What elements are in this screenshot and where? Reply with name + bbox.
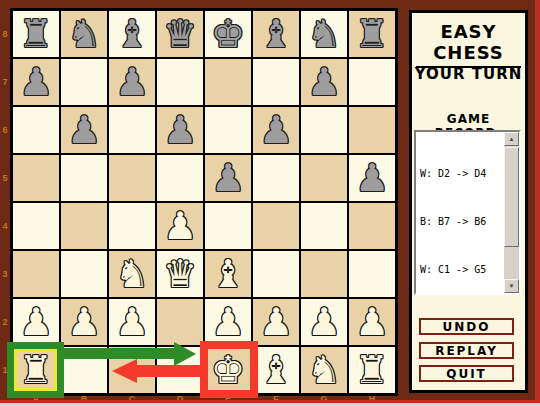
square-f4[interactable] bbox=[252, 202, 300, 250]
square-d5[interactable] bbox=[156, 154, 204, 202]
square-c2[interactable]: ♟ bbox=[108, 298, 156, 346]
black-pawn-f6[interactable]: ♟ bbox=[259, 107, 293, 153]
white-pawn-g2[interactable]: ♟ bbox=[307, 299, 341, 345]
square-a3[interactable] bbox=[12, 250, 60, 298]
square-f8[interactable]: ♝ bbox=[252, 10, 300, 58]
square-g8[interactable]: ♞ bbox=[300, 10, 348, 58]
square-g2[interactable]: ♟ bbox=[300, 298, 348, 346]
easy-chess-window: ♜♞♝♛♚♝♞♜♟♟♟♟♟♟♟♟♟♞♛♝♟♟♟♟♟♟♟♜♚♝♞♜ 8765432… bbox=[0, 0, 540, 406]
square-a7[interactable]: ♟ bbox=[12, 58, 60, 106]
rank-label-2: 2 bbox=[0, 298, 10, 346]
rank-label-5: 5 bbox=[0, 154, 10, 202]
square-c4[interactable] bbox=[108, 202, 156, 250]
square-d3[interactable]: ♛ bbox=[156, 250, 204, 298]
square-a4[interactable] bbox=[12, 202, 60, 250]
black-bishop-c8[interactable]: ♝ bbox=[115, 11, 149, 57]
white-knight-c3[interactable]: ♞ bbox=[115, 251, 149, 297]
square-f5[interactable] bbox=[252, 154, 300, 202]
square-h3[interactable] bbox=[348, 250, 396, 298]
rank-labels: 87654321 bbox=[0, 10, 10, 394]
white-pawn-f2[interactable]: ♟ bbox=[259, 299, 293, 345]
window-edge-right bbox=[535, 0, 540, 403]
square-h1[interactable]: ♜ bbox=[348, 346, 396, 394]
square-e5[interactable]: ♟ bbox=[204, 154, 252, 202]
black-pawn-e5[interactable]: ♟ bbox=[211, 155, 245, 201]
black-rook-h8[interactable]: ♜ bbox=[355, 11, 389, 57]
square-h5[interactable]: ♟ bbox=[348, 154, 396, 202]
rank-label-4: 4 bbox=[0, 202, 10, 250]
black-pawn-c7[interactable]: ♟ bbox=[115, 59, 149, 105]
square-e8[interactable]: ♚ bbox=[204, 10, 252, 58]
square-g6[interactable] bbox=[300, 106, 348, 154]
black-pawn-d6[interactable]: ♟ bbox=[163, 107, 197, 153]
square-b7[interactable] bbox=[60, 58, 108, 106]
quit-button[interactable]: QUIT bbox=[419, 365, 514, 382]
scrollbar[interactable]: ▲ ▼ bbox=[504, 132, 519, 293]
square-g4[interactable] bbox=[300, 202, 348, 250]
square-c6[interactable] bbox=[108, 106, 156, 154]
green-arrow-head-icon bbox=[174, 342, 196, 366]
square-b2[interactable]: ♟ bbox=[60, 298, 108, 346]
scroll-up-icon[interactable]: ▲ bbox=[504, 132, 519, 146]
app-title: EASY CHESS bbox=[416, 21, 521, 68]
square-b8[interactable]: ♞ bbox=[60, 10, 108, 58]
square-d6[interactable]: ♟ bbox=[156, 106, 204, 154]
square-h8[interactable]: ♜ bbox=[348, 10, 396, 58]
black-knight-b8[interactable]: ♞ bbox=[67, 11, 101, 57]
black-rook-a8[interactable]: ♜ bbox=[19, 11, 53, 57]
square-d2[interactable] bbox=[156, 298, 204, 346]
square-d8[interactable]: ♛ bbox=[156, 10, 204, 58]
black-pawn-g7[interactable]: ♟ bbox=[307, 59, 341, 105]
white-knight-g1[interactable]: ♞ bbox=[307, 347, 341, 393]
square-e4[interactable] bbox=[204, 202, 252, 250]
black-pawn-a7[interactable]: ♟ bbox=[19, 59, 53, 105]
square-g5[interactable] bbox=[300, 154, 348, 202]
white-pawn-d4[interactable]: ♟ bbox=[163, 203, 197, 249]
square-d7[interactable] bbox=[156, 58, 204, 106]
square-a6[interactable] bbox=[12, 106, 60, 154]
square-h2[interactable]: ♟ bbox=[348, 298, 396, 346]
square-g3[interactable] bbox=[300, 250, 348, 298]
red-arrow-head-icon bbox=[112, 359, 137, 383]
black-king-e8[interactable]: ♚ bbox=[211, 11, 245, 57]
replay-button[interactable]: REPLAY bbox=[419, 342, 514, 359]
white-pawn-b2[interactable]: ♟ bbox=[67, 299, 101, 345]
undo-button[interactable]: UNDO bbox=[419, 318, 514, 335]
square-c8[interactable]: ♝ bbox=[108, 10, 156, 58]
white-pawn-h2[interactable]: ♟ bbox=[355, 299, 389, 345]
square-e6[interactable] bbox=[204, 106, 252, 154]
move-row: W: D2 -> D4 bbox=[420, 166, 504, 182]
square-h6[interactable] bbox=[348, 106, 396, 154]
move-row: W: C1 -> G5 bbox=[420, 262, 504, 278]
black-knight-g8[interactable]: ♞ bbox=[307, 11, 341, 57]
square-g1[interactable]: ♞ bbox=[300, 346, 348, 394]
rank-label-8: 8 bbox=[0, 10, 10, 58]
square-a8[interactable]: ♜ bbox=[12, 10, 60, 58]
white-bishop-e3[interactable]: ♝ bbox=[211, 251, 245, 297]
square-h7[interactable] bbox=[348, 58, 396, 106]
square-e2[interactable]: ♟ bbox=[204, 298, 252, 346]
white-bishop-f1[interactable]: ♝ bbox=[259, 347, 293, 393]
white-pawn-a2[interactable]: ♟ bbox=[19, 299, 53, 345]
move-list: W: D2 -> D4 B: B7 -> B6 W: C1 -> G5 B: D… bbox=[416, 134, 504, 295]
square-c7[interactable]: ♟ bbox=[108, 58, 156, 106]
square-e7[interactable] bbox=[204, 58, 252, 106]
scroll-down-icon[interactable]: ▼ bbox=[504, 279, 519, 293]
board: ♜♞♝♛♚♝♞♜♟♟♟♟♟♟♟♟♟♞♛♝♟♟♟♟♟♟♟♜♚♝♞♜ bbox=[10, 8, 398, 396]
square-f7[interactable] bbox=[252, 58, 300, 106]
white-rook-h1[interactable]: ♜ bbox=[355, 347, 389, 393]
square-d4[interactable]: ♟ bbox=[156, 202, 204, 250]
square-f1[interactable]: ♝ bbox=[252, 346, 300, 394]
square-c5[interactable] bbox=[108, 154, 156, 202]
game-record-list[interactable]: W: D2 -> D4 B: B7 -> B6 W: C1 -> G5 B: D… bbox=[414, 130, 521, 295]
black-pawn-h5[interactable]: ♟ bbox=[355, 155, 389, 201]
turn-status: YOUR TURN bbox=[412, 65, 525, 83]
square-f2[interactable]: ♟ bbox=[252, 298, 300, 346]
square-b6[interactable]: ♟ bbox=[60, 106, 108, 154]
square-f6[interactable]: ♟ bbox=[252, 106, 300, 154]
white-queen-d3[interactable]: ♛ bbox=[163, 251, 197, 297]
white-pawn-e2[interactable]: ♟ bbox=[211, 299, 245, 345]
move-row: B: B7 -> B6 bbox=[420, 214, 504, 230]
rank-label-6: 6 bbox=[0, 106, 10, 154]
green-arrow bbox=[62, 348, 174, 359]
square-f3[interactable] bbox=[252, 250, 300, 298]
square-b4[interactable] bbox=[60, 202, 108, 250]
square-e3[interactable]: ♝ bbox=[204, 250, 252, 298]
rank-label-3: 3 bbox=[0, 250, 10, 298]
castling-rook-square-highlight bbox=[7, 342, 64, 398]
scrollbar-thumb[interactable] bbox=[504, 147, 519, 247]
sidebar-panel: EASY CHESS YOUR TURN GAME RECORD: W: D2 … bbox=[409, 10, 528, 393]
square-b3[interactable] bbox=[60, 250, 108, 298]
square-a5[interactable] bbox=[12, 154, 60, 202]
black-queen-d8[interactable]: ♛ bbox=[163, 11, 197, 57]
square-h4[interactable] bbox=[348, 202, 396, 250]
white-pawn-c2[interactable]: ♟ bbox=[115, 299, 149, 345]
black-bishop-f8[interactable]: ♝ bbox=[259, 11, 293, 57]
square-g7[interactable]: ♟ bbox=[300, 58, 348, 106]
rank-label-7: 7 bbox=[0, 58, 10, 106]
red-arrow bbox=[137, 365, 203, 377]
square-b5[interactable] bbox=[60, 154, 108, 202]
black-pawn-b6[interactable]: ♟ bbox=[67, 107, 101, 153]
square-a2[interactable]: ♟ bbox=[12, 298, 60, 346]
square-c3[interactable]: ♞ bbox=[108, 250, 156, 298]
selected-king-square-highlight bbox=[200, 341, 258, 398]
